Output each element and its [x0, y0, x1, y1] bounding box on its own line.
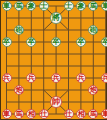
piece-red-cannon[interactable]: 炮 — [14, 85, 24, 95]
piece-red-advisor[interactable]: 仕 — [39, 109, 49, 119]
piece-black-soldier[interactable]: 卒 — [101, 37, 107, 47]
piece-red-horse[interactable]: 馬 — [14, 109, 24, 119]
piece-black-chariot[interactable]: 車 — [2, 1, 12, 11]
piece-black-advisor[interactable]: 士 — [39, 1, 49, 11]
piece-red-soldier[interactable]: 兵 — [2, 73, 12, 83]
piece-black-soldier[interactable]: 卒 — [2, 37, 12, 47]
piece-black-general[interactable]: 將 — [50, 12, 62, 24]
xiangqi-app: 車馬象士士象馬車將砲砲卒卒卒卒卒兵兵兵兵兵炮炮帥車馬相仕仕相馬車 — [0, 0, 107, 120]
piece-black-chariot[interactable]: 車 — [101, 1, 107, 11]
piece-red-soldier[interactable]: 兵 — [76, 73, 86, 83]
piece-black-advisor[interactable]: 士 — [64, 1, 74, 11]
xiangqi-board[interactable]: 車馬象士士象馬車將砲砲卒卒卒卒卒兵兵兵兵兵炮炮帥車馬相仕仕相馬車 — [0, 0, 107, 120]
piece-red-advisor[interactable]: 仕 — [64, 109, 74, 119]
piece-red-chariot[interactable]: 車 — [101, 109, 107, 119]
piece-black-cannon[interactable]: 砲 — [14, 25, 24, 35]
piece-red-general[interactable]: 帥 — [50, 96, 62, 108]
piece-red-chariot[interactable]: 車 — [2, 109, 12, 119]
piece-red-soldier[interactable]: 兵 — [101, 73, 107, 83]
piece-black-elephant[interactable]: 象 — [76, 1, 86, 11]
piece-black-soldier[interactable]: 卒 — [76, 37, 86, 47]
piece-red-elephant[interactable]: 相 — [76, 109, 86, 119]
piece-black-horse[interactable]: 馬 — [14, 1, 24, 11]
